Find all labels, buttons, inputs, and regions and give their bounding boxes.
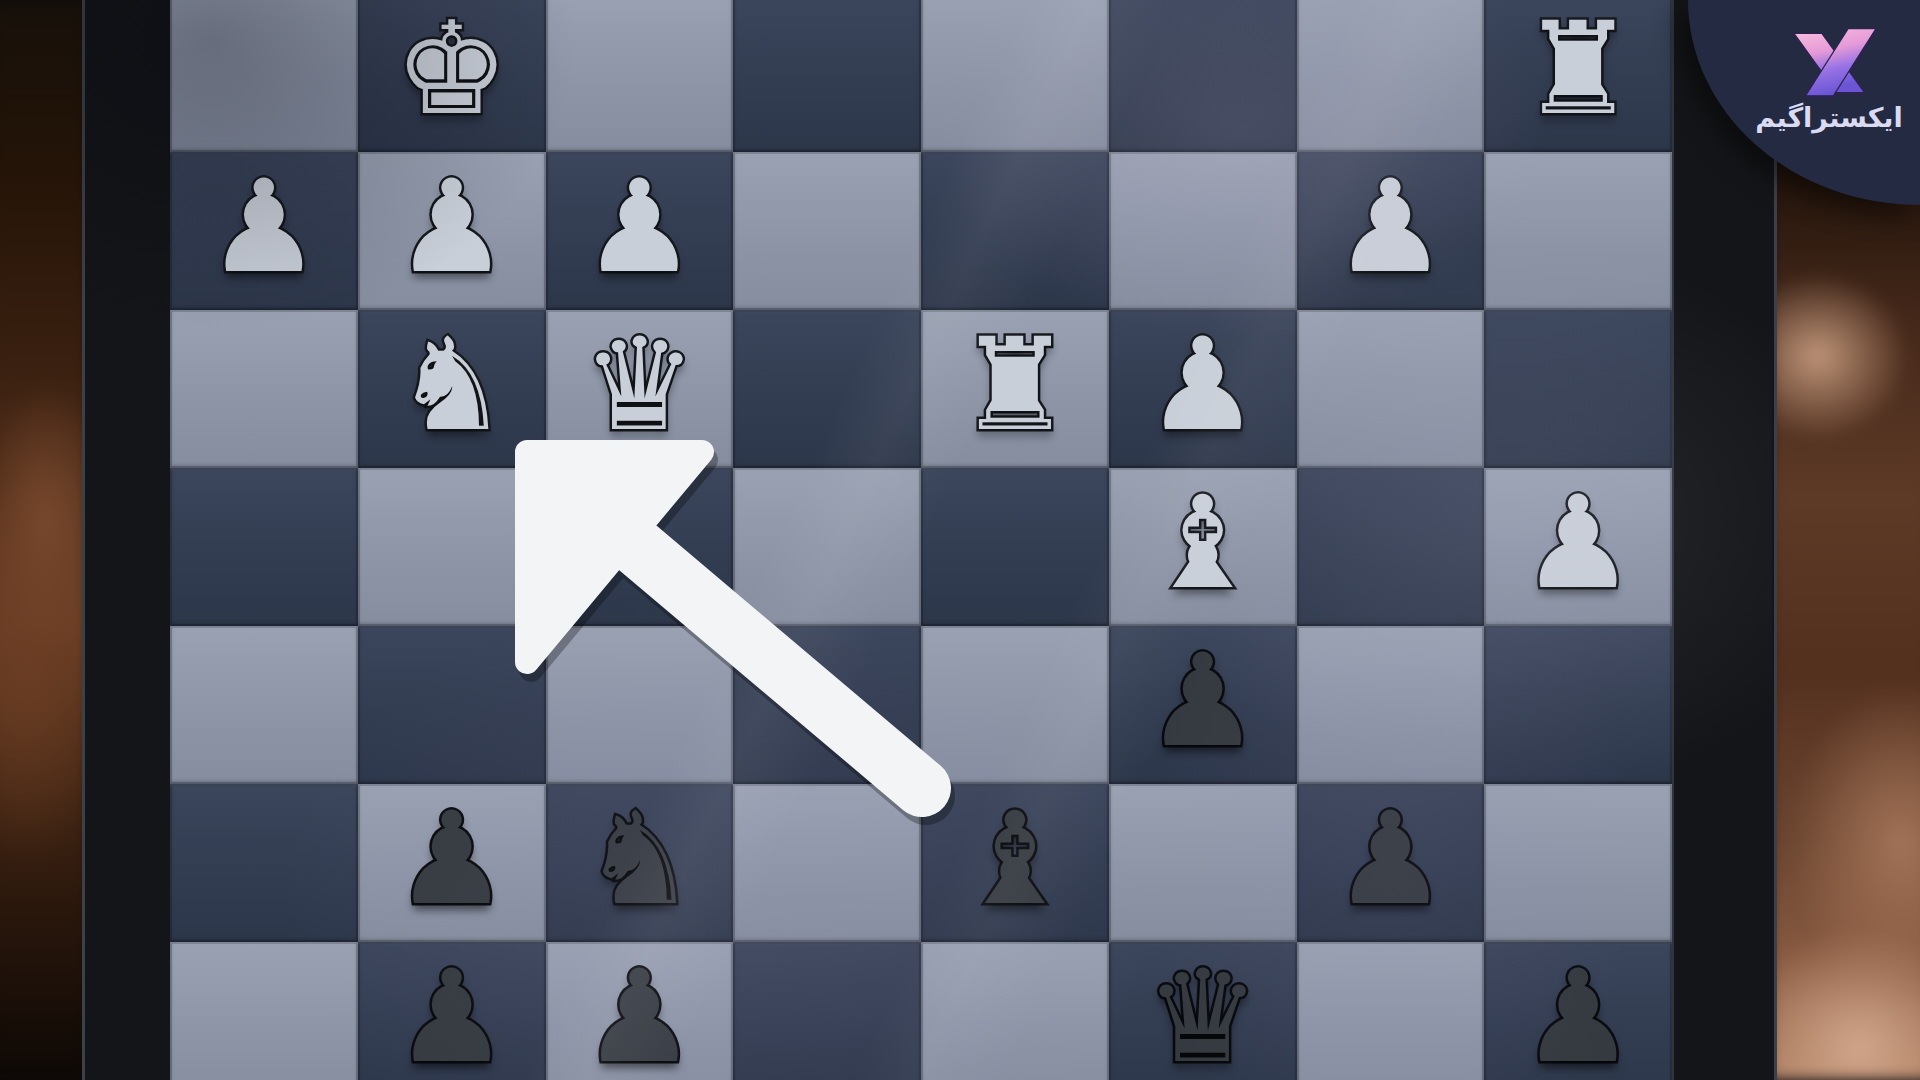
screenshot-root: { "game": "chess", "app": { "logo_text":… (0, 0, 1920, 1080)
square-a5[interactable] (1484, 626, 1672, 784)
square-b6[interactable]: ♟ (1297, 784, 1485, 942)
square-c5[interactable]: ♟ (1109, 626, 1297, 784)
chess-board: ♚♜♟♟♟♟♞♛♜♟♝♟♟♟♞♝♟♟♟♛♟ (170, 0, 1672, 1080)
square-f5[interactable] (546, 626, 734, 784)
square-a3[interactable] (1484, 310, 1672, 468)
left-hand-photo (0, 0, 90, 1080)
square-a1[interactable]: ♜ (1484, 0, 1672, 152)
piece-black-pawn-g7[interactable]: ♟ (394, 938, 509, 1080)
square-f6[interactable]: ♞ (546, 784, 734, 942)
square-d3[interactable]: ♜ (921, 310, 1109, 468)
square-g7[interactable]: ♟ (358, 942, 546, 1080)
square-b5[interactable] (1297, 626, 1485, 784)
piece-black-bishop-d6[interactable]: ♝ (958, 780, 1073, 938)
square-a4[interactable]: ♟ (1484, 468, 1672, 626)
piece-black-pawn-a7[interactable]: ♟ (1521, 938, 1636, 1080)
piece-white-rook-a1[interactable]: ♜ (1521, 0, 1636, 148)
square-d5[interactable] (921, 626, 1109, 784)
square-f2[interactable]: ♟ (546, 152, 734, 310)
piece-white-queen-f3[interactable]: ♛ (582, 306, 697, 464)
square-h6[interactable] (170, 784, 358, 942)
square-f4[interactable] (546, 468, 734, 626)
square-a7[interactable]: ♟ (1484, 942, 1672, 1080)
piece-white-rook-d3[interactable]: ♜ (958, 306, 1073, 464)
extragame-x-icon (1776, 22, 1894, 104)
piece-black-knight-f6[interactable]: ♞ (582, 780, 697, 938)
square-h1[interactable] (170, 0, 358, 152)
piece-white-pawn-h2[interactable]: ♟ (207, 148, 322, 306)
square-f3[interactable]: ♛ (546, 310, 734, 468)
square-f7[interactable]: ♟ (546, 942, 734, 1080)
square-b7[interactable] (1297, 942, 1485, 1080)
piece-white-pawn-g2[interactable]: ♟ (394, 148, 509, 306)
piece-white-pawn-b2[interactable]: ♟ (1333, 148, 1448, 306)
square-d4[interactable] (921, 468, 1109, 626)
piece-black-pawn-f7[interactable]: ♟ (582, 938, 697, 1080)
square-e3[interactable] (733, 310, 921, 468)
square-c6[interactable] (1109, 784, 1297, 942)
piece-white-bishop-c4[interactable]: ♝ (1145, 464, 1260, 622)
square-b3[interactable] (1297, 310, 1485, 468)
phone-bezel-left (82, 0, 175, 1080)
square-d1[interactable] (921, 0, 1109, 152)
square-e6[interactable] (733, 784, 921, 942)
piece-white-pawn-c3[interactable]: ♟ (1145, 306, 1260, 464)
square-d2[interactable] (921, 152, 1109, 310)
square-g5[interactable] (358, 626, 546, 784)
square-e5[interactable] (733, 626, 921, 784)
square-a6[interactable] (1484, 784, 1672, 942)
square-e4[interactable] (733, 468, 921, 626)
square-c4[interactable]: ♝ (1109, 468, 1297, 626)
square-h4[interactable] (170, 468, 358, 626)
square-d7[interactable] (921, 942, 1109, 1080)
square-c1[interactable] (1109, 0, 1297, 152)
square-g2[interactable]: ♟ (358, 152, 546, 310)
piece-black-pawn-b6[interactable]: ♟ (1333, 780, 1448, 938)
square-e1[interactable] (733, 0, 921, 152)
square-e7[interactable] (733, 942, 921, 1080)
piece-white-pawn-a4[interactable]: ♟ (1521, 464, 1636, 622)
square-c3[interactable]: ♟ (1109, 310, 1297, 468)
square-h5[interactable] (170, 626, 358, 784)
piece-black-queen-c7[interactable]: ♛ (1145, 938, 1260, 1080)
square-e2[interactable] (733, 152, 921, 310)
square-c2[interactable] (1109, 152, 1297, 310)
square-a2[interactable] (1484, 152, 1672, 310)
phone-bezel-right (1672, 0, 1777, 1080)
piece-white-pawn-f2[interactable]: ♟ (582, 148, 697, 306)
square-g4[interactable] (358, 468, 546, 626)
square-f1[interactable] (546, 0, 734, 152)
square-c7[interactable]: ♛ (1109, 942, 1297, 1080)
square-b1[interactable] (1297, 0, 1485, 152)
square-h2[interactable]: ♟ (170, 152, 358, 310)
piece-black-pawn-g6[interactable]: ♟ (394, 780, 509, 938)
extragame-logo-text: ایکستراگیم (1754, 102, 1904, 133)
square-g1[interactable]: ♚ (358, 0, 546, 152)
square-h7[interactable] (170, 942, 358, 1080)
piece-black-pawn-c5[interactable]: ♟ (1145, 622, 1260, 780)
square-g3[interactable]: ♞ (358, 310, 546, 468)
square-h3[interactable] (170, 310, 358, 468)
piece-white-knight-g3[interactable]: ♞ (394, 306, 509, 464)
square-b4[interactable] (1297, 468, 1485, 626)
square-g6[interactable]: ♟ (358, 784, 546, 942)
square-b2[interactable]: ♟ (1297, 152, 1485, 310)
piece-white-king-g1[interactable]: ♚ (394, 0, 509, 148)
square-d6[interactable]: ♝ (921, 784, 1109, 942)
